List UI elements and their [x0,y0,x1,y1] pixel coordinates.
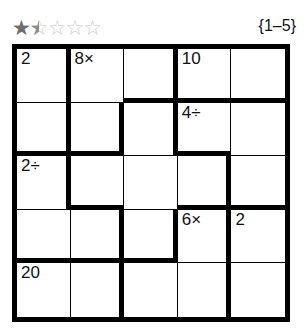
difficulty-stars: ☆★☆★☆★☆★☆★ [12,16,101,40]
cell-r3c3[interactable]: 6× [178,210,232,264]
cell-r3c2[interactable] [124,210,178,264]
cell-r3c4[interactable]: 2 [231,210,285,264]
cage-clue-r0c0: 2 [21,49,30,69]
cell-r4c3[interactable] [178,263,232,317]
cell-r1c3[interactable]: 4÷ [178,103,232,157]
cell-r2c3[interactable] [178,156,232,210]
cell-r0c1[interactable]: 8× [71,49,125,103]
cell-r4c2[interactable] [124,263,178,317]
star-icon: ☆★ [12,16,30,40]
cell-r4c4[interactable] [231,263,285,317]
cell-r1c0[interactable] [17,103,71,157]
cage-clue-r3c4: 2 [235,210,244,230]
cage-clue-r2c0: 2÷ [21,156,40,176]
star-icon: ☆★ [30,16,48,40]
cell-r2c4[interactable] [231,156,285,210]
cell-r1c1[interactable] [71,103,125,157]
cell-r1c4[interactable] [231,103,285,157]
star-icon: ☆★ [48,16,66,40]
cell-r2c0[interactable]: 2÷ [17,156,71,210]
cage-clue-r1c3: 4÷ [182,103,201,123]
puzzle-board: 28×104÷2÷6×220 [12,44,290,322]
cell-r2c2[interactable] [124,156,178,210]
cell-r0c0[interactable]: 2 [17,49,71,103]
star-icon: ☆★ [83,16,101,40]
inky-kenken-puzzle: ☆★☆★☆★☆★☆★ {1–5} 28×104÷2÷6×220 [0,0,305,332]
cell-r0c4[interactable] [231,49,285,103]
cell-r1c2[interactable] [124,103,178,157]
cage-clue-r0c3: 10 [182,49,201,69]
cell-r4c0[interactable]: 20 [17,263,71,317]
cell-r0c3[interactable]: 10 [178,49,232,103]
cell-r2c1[interactable] [71,156,125,210]
cage-clue-r4c0: 20 [21,263,40,283]
star-icon: ☆★ [65,16,83,40]
cage-clue-r3c3: 6× [182,210,201,230]
cell-r4c1[interactable] [71,263,125,317]
cell-r3c1[interactable] [71,210,125,264]
range-label: {1–5} [259,17,296,35]
cell-r0c2[interactable] [124,49,178,103]
cell-r3c0[interactable] [17,210,71,264]
cage-clue-r0c1: 8× [75,49,94,69]
